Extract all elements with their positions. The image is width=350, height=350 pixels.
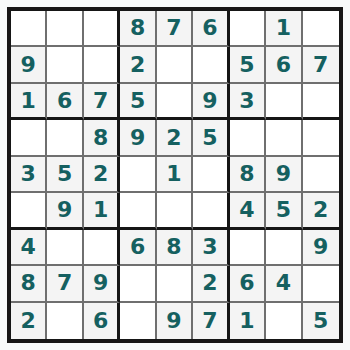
cell-r1c1[interactable] [11, 11, 47, 47]
cell-r3c4[interactable]: 5 [120, 84, 156, 120]
cell-r5c8[interactable]: 9 [266, 157, 302, 193]
cell-r7c5[interactable]: 8 [157, 230, 193, 266]
cell-r8c6[interactable]: 2 [193, 266, 229, 302]
cell-r8c5[interactable] [157, 266, 193, 302]
cell-r2c4[interactable]: 2 [120, 47, 156, 83]
cell-r5c3[interactable]: 2 [84, 157, 120, 193]
cell-r8c2[interactable]: 7 [47, 266, 83, 302]
cell-r2c8[interactable]: 6 [266, 47, 302, 83]
cell-r8c3[interactable]: 9 [84, 266, 120, 302]
cell-r7c8[interactable] [266, 230, 302, 266]
cell-r3c2[interactable]: 6 [47, 84, 83, 120]
cell-r7c6[interactable]: 3 [193, 230, 229, 266]
cell-r3c9[interactable] [303, 84, 339, 120]
cell-r3c1[interactable]: 1 [11, 84, 47, 120]
cell-r3c7[interactable]: 3 [230, 84, 266, 120]
cell-r8c1[interactable]: 8 [11, 266, 47, 302]
cell-r7c4[interactable]: 6 [120, 230, 156, 266]
cell-r9c7[interactable]: 1 [230, 303, 266, 339]
cell-r8c8[interactable]: 4 [266, 266, 302, 302]
cell-r4c9[interactable] [303, 120, 339, 156]
cell-r4c4[interactable]: 9 [120, 120, 156, 156]
cell-r3c5[interactable] [157, 84, 193, 120]
cell-r9c6[interactable]: 7 [193, 303, 229, 339]
cell-r4c3[interactable]: 8 [84, 120, 120, 156]
cell-r2c3[interactable] [84, 47, 120, 83]
cell-r9c5[interactable]: 9 [157, 303, 193, 339]
cell-r3c8[interactable] [266, 84, 302, 120]
cell-r5c1[interactable]: 3 [11, 157, 47, 193]
cell-r4c2[interactable] [47, 120, 83, 156]
cell-r9c4[interactable] [120, 303, 156, 339]
cell-r5c2[interactable]: 5 [47, 157, 83, 193]
cell-r1c6[interactable]: 6 [193, 11, 229, 47]
cell-r9c3[interactable]: 6 [84, 303, 120, 339]
sudoku-board: 8761925671675938925352189914524683987926… [7, 7, 343, 343]
cell-r7c2[interactable] [47, 230, 83, 266]
cell-r1c4[interactable]: 8 [120, 11, 156, 47]
cell-r7c3[interactable] [84, 230, 120, 266]
cell-r2c1[interactable]: 9 [11, 47, 47, 83]
cell-r9c9[interactable]: 5 [303, 303, 339, 339]
cell-r5c7[interactable]: 8 [230, 157, 266, 193]
cell-r4c1[interactable] [11, 120, 47, 156]
cell-r6c9[interactable]: 2 [303, 193, 339, 229]
sudoku-page: 8761925671675938925352189914524683987926… [0, 0, 350, 350]
cell-r2c7[interactable]: 5 [230, 47, 266, 83]
cell-r5c6[interactable] [193, 157, 229, 193]
cell-r4c5[interactable]: 2 [157, 120, 193, 156]
cell-r4c7[interactable] [230, 120, 266, 156]
cell-r1c7[interactable] [230, 11, 266, 47]
cell-r6c1[interactable] [11, 193, 47, 229]
cell-r2c9[interactable]: 7 [303, 47, 339, 83]
cell-r5c9[interactable] [303, 157, 339, 193]
cell-r1c5[interactable]: 7 [157, 11, 193, 47]
cell-r9c1[interactable]: 2 [11, 303, 47, 339]
cell-r2c2[interactable] [47, 47, 83, 83]
cell-r1c9[interactable] [303, 11, 339, 47]
cell-r6c3[interactable]: 1 [84, 193, 120, 229]
cell-r6c2[interactable]: 9 [47, 193, 83, 229]
cell-r1c2[interactable] [47, 11, 83, 47]
cell-r7c9[interactable]: 9 [303, 230, 339, 266]
cell-r1c8[interactable]: 1 [266, 11, 302, 47]
cell-r3c3[interactable]: 7 [84, 84, 120, 120]
cell-r7c7[interactable] [230, 230, 266, 266]
cell-r9c2[interactable] [47, 303, 83, 339]
cell-r5c5[interactable]: 1 [157, 157, 193, 193]
cell-r1c3[interactable] [84, 11, 120, 47]
cell-r7c1[interactable]: 4 [11, 230, 47, 266]
cell-r8c9[interactable] [303, 266, 339, 302]
cell-r2c6[interactable] [193, 47, 229, 83]
cell-r6c8[interactable]: 5 [266, 193, 302, 229]
cell-r9c8[interactable] [266, 303, 302, 339]
cell-r8c7[interactable]: 6 [230, 266, 266, 302]
cell-r3c6[interactable]: 9 [193, 84, 229, 120]
cell-r6c6[interactable] [193, 193, 229, 229]
cell-r6c4[interactable] [120, 193, 156, 229]
cell-r2c5[interactable] [157, 47, 193, 83]
cell-r8c4[interactable] [120, 266, 156, 302]
cell-r4c8[interactable] [266, 120, 302, 156]
cell-r6c7[interactable]: 4 [230, 193, 266, 229]
cell-r4c6[interactable]: 5 [193, 120, 229, 156]
cell-r5c4[interactable] [120, 157, 156, 193]
cell-r6c5[interactable] [157, 193, 193, 229]
